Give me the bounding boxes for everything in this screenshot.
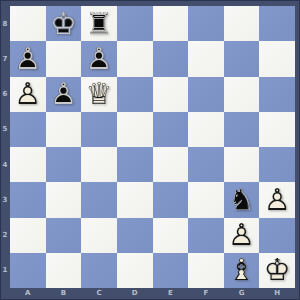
piece-black-pawn[interactable]: ♟♙ xyxy=(81,41,117,76)
rank-label-4: 4 xyxy=(0,147,10,182)
square-h1[interactable]: ♚♔ xyxy=(259,253,295,288)
knight-glyph-outline: ♘ xyxy=(224,182,260,217)
file-coordinates: ABCDEFGH xyxy=(10,288,295,300)
square-b6[interactable]: ♟♙ xyxy=(46,77,82,112)
square-c4[interactable] xyxy=(81,147,117,182)
square-h8[interactable] xyxy=(259,6,295,41)
pawn-glyph-outline: ♙ xyxy=(259,182,295,217)
chess-board: ♚♔♜♖♟♙♟♙♟♙♟♙♛♕♞♘♟♙♟♙♝♗♚♔ xyxy=(10,6,295,288)
piece-white-king[interactable]: ♚♔ xyxy=(259,253,295,288)
file-label-b: B xyxy=(46,288,82,300)
square-b1[interactable] xyxy=(46,253,82,288)
square-g4[interactable] xyxy=(224,147,260,182)
piece-white-pawn[interactable]: ♟♙ xyxy=(224,218,260,253)
square-f5[interactable] xyxy=(188,112,224,147)
piece-white-bishop[interactable]: ♝♗ xyxy=(224,253,260,288)
rank-label-7: 7 xyxy=(0,41,10,76)
square-c2[interactable] xyxy=(81,218,117,253)
square-b5[interactable] xyxy=(46,112,82,147)
square-c3[interactable] xyxy=(81,182,117,217)
piece-white-pawn[interactable]: ♟♙ xyxy=(10,77,46,112)
square-f3[interactable] xyxy=(188,182,224,217)
square-c1[interactable] xyxy=(81,253,117,288)
square-h7[interactable] xyxy=(259,41,295,76)
king-glyph-outline: ♔ xyxy=(46,6,82,41)
square-e8[interactable] xyxy=(153,6,189,41)
square-h4[interactable] xyxy=(259,147,295,182)
square-c7[interactable]: ♟♙ xyxy=(81,41,117,76)
square-g5[interactable] xyxy=(224,112,260,147)
square-a7[interactable]: ♟♙ xyxy=(10,41,46,76)
square-c5[interactable] xyxy=(81,112,117,147)
square-g3[interactable]: ♞♘ xyxy=(224,182,260,217)
square-b4[interactable] xyxy=(46,147,82,182)
square-a3[interactable] xyxy=(10,182,46,217)
square-c6[interactable]: ♛♕ xyxy=(81,77,117,112)
square-a4[interactable] xyxy=(10,147,46,182)
square-e4[interactable] xyxy=(153,147,189,182)
square-g6[interactable] xyxy=(224,77,260,112)
pawn-glyph-outline: ♙ xyxy=(224,218,260,253)
square-a2[interactable] xyxy=(10,218,46,253)
square-h6[interactable] xyxy=(259,77,295,112)
square-d8[interactable] xyxy=(117,6,153,41)
square-b7[interactable] xyxy=(46,41,82,76)
rank-label-1: 1 xyxy=(0,253,10,288)
square-b8[interactable]: ♚♔ xyxy=(46,6,82,41)
square-c8[interactable]: ♜♖ xyxy=(81,6,117,41)
square-d6[interactable] xyxy=(117,77,153,112)
file-label-a: A xyxy=(10,288,46,300)
square-g8[interactable] xyxy=(224,6,260,41)
square-h5[interactable] xyxy=(259,112,295,147)
piece-white-pawn[interactable]: ♟♙ xyxy=(259,182,295,217)
square-h2[interactable] xyxy=(259,218,295,253)
square-d2[interactable] xyxy=(117,218,153,253)
file-label-c: C xyxy=(81,288,117,300)
square-d4[interactable] xyxy=(117,147,153,182)
square-a6[interactable]: ♟♙ xyxy=(10,77,46,112)
square-f6[interactable] xyxy=(188,77,224,112)
pawn-glyph-outline: ♙ xyxy=(10,77,46,112)
file-label-e: E xyxy=(153,288,189,300)
rank-label-6: 6 xyxy=(0,77,10,112)
piece-black-rook[interactable]: ♜♖ xyxy=(81,6,117,41)
square-e5[interactable] xyxy=(153,112,189,147)
rank-label-3: 3 xyxy=(0,182,10,217)
square-e1[interactable] xyxy=(153,253,189,288)
king-glyph-outline: ♔ xyxy=(259,253,295,288)
square-b2[interactable] xyxy=(46,218,82,253)
file-label-h: H xyxy=(259,288,295,300)
square-e3[interactable] xyxy=(153,182,189,217)
square-h3[interactable]: ♟♙ xyxy=(259,182,295,217)
square-f2[interactable] xyxy=(188,218,224,253)
pawn-glyph-outline: ♙ xyxy=(10,41,46,76)
piece-black-pawn[interactable]: ♟♙ xyxy=(46,77,82,112)
bishop-glyph-outline: ♗ xyxy=(224,253,260,288)
square-e6[interactable] xyxy=(153,77,189,112)
piece-black-knight[interactable]: ♞♘ xyxy=(224,182,260,217)
rank-label-2: 2 xyxy=(0,218,10,253)
piece-black-king[interactable]: ♚♔ xyxy=(46,6,82,41)
square-d3[interactable] xyxy=(117,182,153,217)
square-a1[interactable] xyxy=(10,253,46,288)
square-e2[interactable] xyxy=(153,218,189,253)
square-a8[interactable] xyxy=(10,6,46,41)
rank-label-5: 5 xyxy=(0,112,10,147)
rank-label-8: 8 xyxy=(0,6,10,41)
piece-white-queen[interactable]: ♛♕ xyxy=(81,77,117,112)
pawn-glyph-outline: ♙ xyxy=(46,77,82,112)
file-label-g: G xyxy=(224,288,260,300)
queen-glyph-outline: ♕ xyxy=(81,77,117,112)
square-a5[interactable] xyxy=(10,112,46,147)
file-label-f: F xyxy=(188,288,224,300)
square-d7[interactable] xyxy=(117,41,153,76)
pawn-glyph-outline: ♙ xyxy=(81,41,117,76)
square-g1[interactable]: ♝♗ xyxy=(224,253,260,288)
file-label-d: D xyxy=(117,288,153,300)
square-e7[interactable] xyxy=(153,41,189,76)
square-d5[interactable] xyxy=(117,112,153,147)
square-g7[interactable] xyxy=(224,41,260,76)
square-f8[interactable] xyxy=(188,6,224,41)
square-f7[interactable] xyxy=(188,41,224,76)
square-f1[interactable] xyxy=(188,253,224,288)
square-g2[interactable]: ♟♙ xyxy=(224,218,260,253)
piece-black-pawn[interactable]: ♟♙ xyxy=(10,41,46,76)
rook-glyph-outline: ♖ xyxy=(81,6,117,41)
rank-coordinates: 87654321 xyxy=(0,6,10,288)
chess-board-diagram: 87654321 ♚♔♜♖♟♙♟♙♟♙♟♙♛♕♞♘♟♙♟♙♝♗♚♔ ABCDEF… xyxy=(0,0,300,300)
square-d1[interactable] xyxy=(117,253,153,288)
square-b3[interactable] xyxy=(46,182,82,217)
square-f4[interactable] xyxy=(188,147,224,182)
